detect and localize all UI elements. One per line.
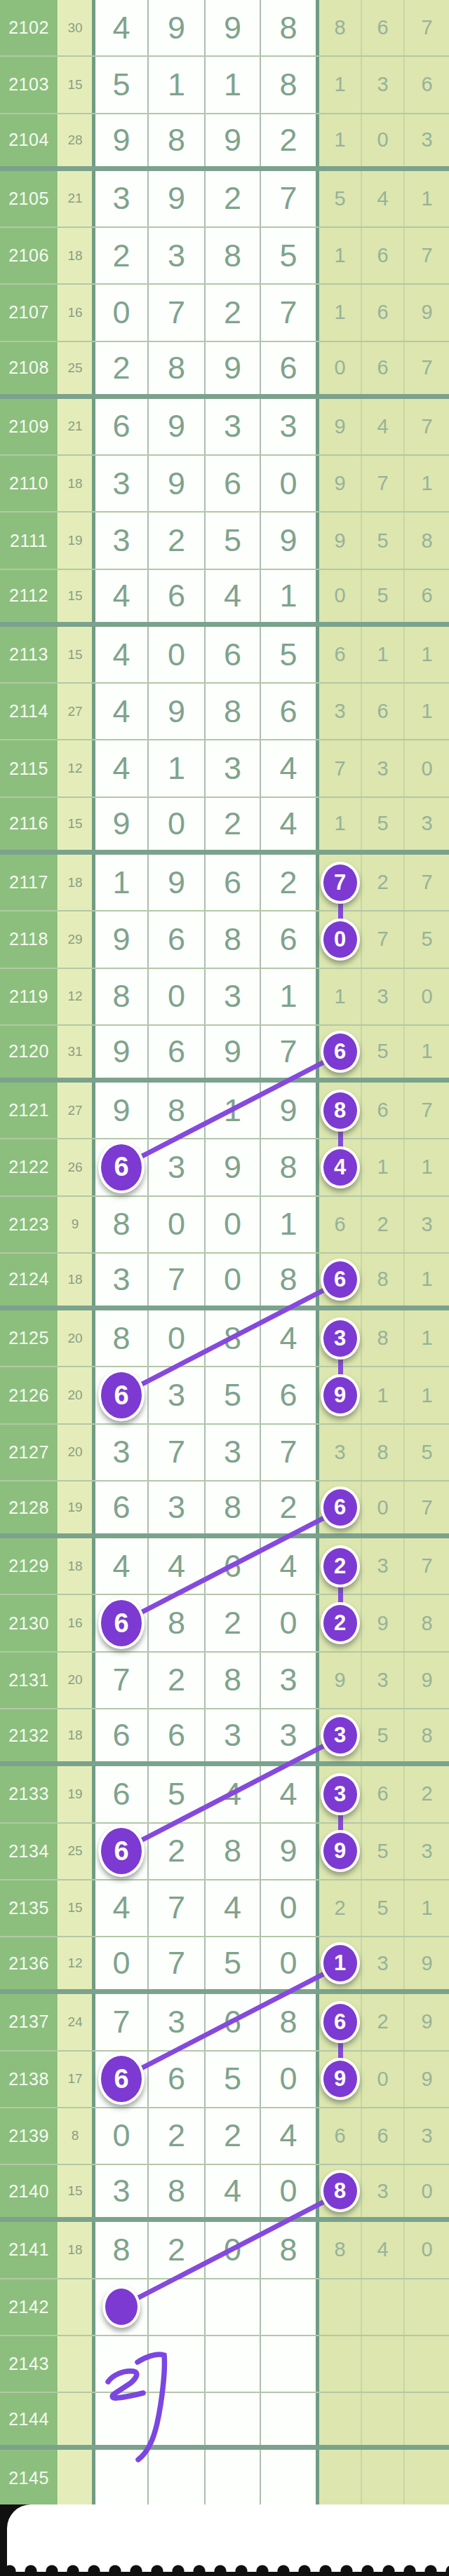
- period-cell: 2133: [0, 1766, 58, 1822]
- digit-cell: 6: [92, 2052, 149, 2107]
- highlight-circle: 0: [321, 918, 360, 961]
- period-cell: 2145: [0, 2450, 58, 2505]
- lottery-trend-screen: 2102304998867210315511813621042898921032…: [0, 0, 449, 2576]
- digit-cell: 2: [92, 342, 149, 394]
- period-cell: 2109: [0, 399, 58, 454]
- highlight-circle: 2: [321, 1545, 360, 1587]
- sum-cell: 20: [58, 1653, 92, 1708]
- digit-cell: 4: [261, 1538, 319, 1594]
- digit-cell: 1: [149, 740, 206, 796]
- tail-cell: 1: [405, 1880, 449, 1936]
- digit-cell: 2: [149, 2108, 206, 2164]
- digit-cell: 1: [206, 1083, 261, 1138]
- tail-cell: 2: [362, 1197, 405, 1252]
- digit-cell: 2: [149, 1824, 206, 1879]
- digit-cell: 4: [206, 1766, 261, 1822]
- digit-cell: 9: [92, 911, 149, 967]
- sum-cell: 17: [58, 2052, 92, 2107]
- digit-cell: 0: [206, 1197, 261, 1252]
- tail-cell: [405, 2279, 449, 2335]
- tail-cell: 7: [405, 1083, 449, 1138]
- tail-cell: 7: [319, 740, 362, 796]
- digit-cell: 9: [149, 171, 206, 226]
- tail-cell: 8: [319, 2165, 362, 2217]
- digit-cell: [206, 2393, 261, 2445]
- period-cell: 2103: [0, 57, 58, 112]
- tail-cell: 3: [319, 1766, 362, 1822]
- tail-cell: 5: [362, 798, 405, 850]
- table-row: 2117181962727: [0, 855, 449, 911]
- sum-cell: 20: [58, 1425, 92, 1480]
- digit-cell: 9: [92, 1026, 149, 1078]
- tail-cell: 9: [405, 1937, 449, 1989]
- digit-cell: [92, 2450, 149, 2505]
- digit-cell: 7: [261, 1425, 319, 1480]
- tail-cell: 6: [362, 2108, 405, 2164]
- digit-cell: 1: [261, 1197, 319, 1252]
- tail-cell: 3: [405, 2108, 449, 2164]
- tail-cell: [319, 2393, 362, 2445]
- highlight-circle: 6: [321, 1031, 360, 1073]
- digit-cell: 5: [261, 627, 319, 682]
- digit-cell: 1: [206, 57, 261, 112]
- digit-cell: 0: [261, 1937, 319, 1989]
- tail-cell: 1: [362, 1367, 405, 1423]
- table-row: 2115124134730: [0, 740, 449, 797]
- tail-cell: 2: [319, 1538, 362, 1594]
- period-cell: 2115: [0, 740, 58, 796]
- table-row: 213980224663: [0, 2108, 449, 2165]
- tail-cell: 6: [319, 627, 362, 682]
- table-row: 2118299686075: [0, 911, 449, 968]
- tail-cell: 2: [362, 855, 405, 910]
- period-cell: 2129: [0, 1538, 58, 1594]
- tail-cell: 5: [405, 911, 449, 967]
- tail-cell: 9: [362, 1595, 405, 1650]
- digit-cell: 9: [206, 1026, 261, 1078]
- tail-cell: 4: [319, 1139, 362, 1195]
- period-cell: 2128: [0, 1482, 58, 1533]
- tail-cell: 2: [362, 1994, 405, 2049]
- tail-cell: 0: [319, 342, 362, 394]
- table-row: 2109216933947: [0, 399, 449, 456]
- digit-cell: 0: [92, 285, 149, 340]
- digit-cell: 8: [149, 114, 206, 166]
- sum-cell: 12: [58, 969, 92, 1024]
- sum-cell: 27: [58, 1083, 92, 1138]
- tail-cell: 3: [362, 969, 405, 1024]
- sum-cell: 19: [58, 1766, 92, 1822]
- table-row: 2129184464237: [0, 1538, 449, 1595]
- digit-cell: 0: [149, 1197, 206, 1252]
- digit-cell: 7: [261, 285, 319, 340]
- table-row: 2110183960971: [0, 456, 449, 513]
- digit-cell: 8: [206, 1824, 261, 1879]
- digit-cell: 9: [206, 114, 261, 166]
- tail-cell: 7: [405, 1482, 449, 1533]
- period-cell: 2124: [0, 1254, 58, 1306]
- digit-cell: 3: [149, 1482, 206, 1533]
- table-row: 2141188208840: [0, 2222, 449, 2279]
- table-row: 2128196382607: [0, 1482, 449, 1538]
- table-row: 2120319697651: [0, 1026, 449, 1083]
- period-cell: 2104: [0, 114, 58, 166]
- tail-cell: 9: [405, 1653, 449, 1708]
- digit-cell: [92, 2393, 149, 2445]
- digit-cell: 6: [206, 1538, 261, 1594]
- highlight-circle: 1: [321, 1942, 360, 1984]
- tail-cell: 7: [405, 399, 449, 454]
- digit-cell: 8: [206, 1310, 261, 1366]
- digit-cell: [149, 2450, 206, 2505]
- digit-cell: [149, 2279, 206, 2335]
- tail-cell: 1: [405, 627, 449, 682]
- period-cell: 2127: [0, 1425, 58, 1480]
- tail-cell: 6: [319, 1026, 362, 1078]
- period-cell: 2112: [0, 570, 58, 622]
- digit-cell: 1: [261, 969, 319, 1024]
- table-row: 2116159024153: [0, 798, 449, 855]
- digit-cell: 4: [206, 570, 261, 622]
- tail-cell: 2: [405, 1766, 449, 1822]
- sum-cell: 15: [58, 57, 92, 112]
- digit-cell: 3: [92, 456, 149, 511]
- digit-cell: 3: [261, 1653, 319, 1708]
- highlight-circle: 9: [321, 1374, 360, 1416]
- tail-cell: 7: [405, 0, 449, 55]
- table-row: 2142: [0, 2279, 449, 2336]
- tail-cell: 5: [362, 1824, 405, 1879]
- tail-cell: 1: [319, 114, 362, 166]
- tail-cell: 3: [362, 2165, 405, 2217]
- sum-cell: 21: [58, 171, 92, 226]
- digit-cell: 8: [149, 2165, 206, 2217]
- tail-cell: 8: [319, 0, 362, 55]
- tail-cell: 3: [362, 1937, 405, 1989]
- digit-cell: 2: [206, 798, 261, 850]
- digit-cell: 3: [206, 1709, 261, 1761]
- digit-cell: 2: [149, 513, 206, 568]
- digit-cell: 1: [261, 570, 319, 622]
- table-row: 2119128031130: [0, 969, 449, 1026]
- tail-cell: 3: [319, 1425, 362, 1480]
- tail-cell: [319, 2279, 362, 2335]
- tail-cell: [362, 2279, 405, 2335]
- tail-cell: 1: [319, 285, 362, 340]
- digit-cell: 4: [92, 1538, 149, 1594]
- period-cell: 2106: [0, 228, 58, 283]
- table-row: 2106182385167: [0, 228, 449, 285]
- period-cell: 2107: [0, 285, 58, 340]
- digit-cell: 6: [261, 342, 319, 394]
- digit-cell: 0: [206, 2222, 261, 2277]
- tail-cell: 1: [319, 228, 362, 283]
- digit-cell: 4: [261, 798, 319, 850]
- tail-cell: [405, 2393, 449, 2445]
- period-cell: 2116: [0, 798, 58, 850]
- digit-cell: 8: [261, 1139, 319, 1195]
- period-cell: 2130: [0, 1595, 58, 1650]
- digit-cell: 8: [206, 911, 261, 967]
- tail-cell: 8: [362, 1254, 405, 1306]
- tail-cell: 7: [405, 1538, 449, 1594]
- sum-cell: 24: [58, 1994, 92, 2049]
- table-row: 2124183708681: [0, 1254, 449, 1310]
- digit-cell: 2: [206, 285, 261, 340]
- period-cell: 2111: [0, 513, 58, 568]
- sum-cell: [58, 2393, 92, 2445]
- table-row: 2131207283939: [0, 1653, 449, 1709]
- digit-cell: 7: [92, 1653, 149, 1708]
- digit-cell: 6: [92, 1595, 149, 1650]
- tail-cell: 8: [405, 513, 449, 568]
- digit-cell: 8: [261, 1994, 319, 2049]
- digit-cell: 6: [261, 684, 319, 739]
- tail-cell: 0: [405, 969, 449, 1024]
- digit-cell: 8: [261, 1254, 319, 1306]
- tail-cell: 9: [319, 2052, 362, 2107]
- tail-cell: 6: [362, 342, 405, 394]
- tail-cell: 6: [362, 684, 405, 739]
- tail-cell: 5: [405, 1425, 449, 1480]
- tail-cell: 1: [319, 1937, 362, 1989]
- digit-cell: 6: [92, 1824, 149, 1879]
- tail-cell: [362, 2336, 405, 2392]
- digit-cell: 9: [92, 1083, 149, 1138]
- sum-cell: 19: [58, 513, 92, 568]
- period-cell: 2114: [0, 684, 58, 739]
- digit-cell: 2: [149, 1653, 206, 1708]
- table-row: 2130166820298: [0, 1595, 449, 1652]
- tail-cell: 6: [362, 1083, 405, 1138]
- digit-cell: 0: [92, 1937, 149, 1989]
- table-row: 2103155118136: [0, 57, 449, 114]
- tail-cell: 6: [362, 228, 405, 283]
- period-cell: 2144: [0, 2393, 58, 2445]
- tail-cell: 3: [405, 114, 449, 166]
- digit-cell: 9: [92, 114, 149, 166]
- digit-cell: 3: [206, 740, 261, 796]
- tail-cell: 9: [319, 1653, 362, 1708]
- highlight-circle: 2: [321, 1602, 360, 1644]
- highlight-circle: 6: [98, 2053, 145, 2105]
- table-row: 2111193259958: [0, 513, 449, 569]
- period-cell: 2136: [0, 1937, 58, 1989]
- digit-cell: 5: [92, 57, 149, 112]
- tail-cell: 3: [405, 798, 449, 850]
- tail-cell: 1: [362, 627, 405, 682]
- tail-cell: 9: [319, 1367, 362, 1423]
- tail-cell: 2: [319, 1595, 362, 1650]
- trend-table[interactable]: 2102304998867210315511813621042898921032…: [0, 0, 449, 2507]
- table-row: 2102304998867: [0, 0, 449, 57]
- sum-cell: 15: [58, 2165, 92, 2217]
- tail-cell: 6: [319, 1482, 362, 1533]
- sum-cell: 18: [58, 456, 92, 511]
- highlight-circle: 6: [98, 1825, 145, 1877]
- digit-cell: 8: [206, 684, 261, 739]
- digit-cell: 8: [149, 342, 206, 394]
- sum-cell: 20: [58, 1367, 92, 1423]
- digit-cell: 6: [206, 855, 261, 910]
- table-row: 2127203737385: [0, 1425, 449, 1482]
- table-row: 2122266398411: [0, 1139, 449, 1196]
- digit-cell: [92, 2279, 149, 2335]
- table-row: 2143: [0, 2336, 449, 2393]
- digit-cell: 6: [92, 1367, 149, 1423]
- digit-cell: 0: [261, 1880, 319, 1936]
- tail-cell: 9: [319, 513, 362, 568]
- digit-cell: [149, 2393, 206, 2445]
- highlight-circle: 9: [321, 1830, 360, 1872]
- digit-cell: 8: [92, 1310, 149, 1366]
- digit-cell: 0: [261, 1595, 319, 1650]
- tail-cell: [405, 2336, 449, 2392]
- period-cell: 2110: [0, 456, 58, 511]
- digit-cell: 6: [149, 1026, 206, 1078]
- tail-cell: 9: [405, 2052, 449, 2107]
- sum-cell: 19: [58, 1482, 92, 1533]
- sum-cell: [58, 2279, 92, 2335]
- sum-cell: 9: [58, 1197, 92, 1252]
- tail-cell: 7: [405, 855, 449, 910]
- digit-cell: 8: [261, 2222, 319, 2277]
- tail-cell: 0: [362, 114, 405, 166]
- digit-cell: 6: [149, 2052, 206, 2107]
- table-row: 2138176650909: [0, 2052, 449, 2108]
- digit-cell: 9: [149, 399, 206, 454]
- sum-cell: 26: [58, 1139, 92, 1195]
- tail-cell: 7: [362, 911, 405, 967]
- tail-cell: 6: [319, 1994, 362, 2049]
- tail-cell: 1: [405, 1139, 449, 1195]
- digit-cell: 8: [92, 2222, 149, 2277]
- digit-cell: 4: [149, 1538, 206, 1594]
- digit-cell: 4: [206, 2165, 261, 2217]
- table-row: 2140153840830: [0, 2165, 449, 2222]
- tail-cell: 3: [319, 1310, 362, 1366]
- tail-cell: 0: [405, 740, 449, 796]
- table-row: 2134256289953: [0, 1824, 449, 1880]
- tail-cell: 5: [362, 1880, 405, 1936]
- digit-cell: 7: [149, 1425, 206, 1480]
- period-cell: 2140: [0, 2165, 58, 2217]
- digit-cell: 9: [149, 456, 206, 511]
- digit-cell: 4: [206, 1880, 261, 1936]
- digit-cell: 9: [149, 684, 206, 739]
- sum-cell: 18: [58, 2222, 92, 2277]
- period-cell: 2139: [0, 2108, 58, 2164]
- digit-cell: 3: [92, 513, 149, 568]
- tail-cell: 7: [405, 342, 449, 394]
- sum-cell: 12: [58, 1937, 92, 1989]
- tail-cell: [362, 2450, 405, 2505]
- digit-cell: 8: [206, 1482, 261, 1533]
- digit-cell: [261, 2393, 319, 2445]
- sum-cell: 8: [58, 2108, 92, 2164]
- digit-cell: 4: [92, 627, 149, 682]
- digit-cell: 6: [149, 570, 206, 622]
- digit-cell: 8: [149, 1595, 206, 1650]
- digit-cell: 0: [92, 2108, 149, 2164]
- digit-cell: 4: [261, 1766, 319, 1822]
- table-row: 2104289892103: [0, 114, 449, 171]
- table-row: 2108252896067: [0, 342, 449, 399]
- tail-cell: 0: [362, 2052, 405, 2107]
- tail-cell: 0: [405, 2165, 449, 2217]
- tail-cell: 8: [362, 1310, 405, 1366]
- highlight-circle: 6: [321, 2001, 360, 2043]
- table-row: 2113154065611: [0, 627, 449, 684]
- period-cell: 2142: [0, 2279, 58, 2335]
- digit-cell: 3: [206, 969, 261, 1024]
- period-cell: 2117: [0, 855, 58, 910]
- digit-cell: 6: [149, 911, 206, 967]
- sum-cell: 18: [58, 1709, 92, 1761]
- tail-cell: 1: [405, 1310, 449, 1366]
- period-cell: 2138: [0, 2052, 58, 2107]
- table-row: 2114274986361: [0, 684, 449, 740]
- prediction-dot: [102, 2286, 140, 2328]
- period-cell: 2141: [0, 2222, 58, 2277]
- digit-cell: 3: [92, 2165, 149, 2217]
- digit-cell: 6: [92, 1709, 149, 1761]
- tail-cell: 2: [319, 1880, 362, 1936]
- digit-cell: 0: [206, 1254, 261, 1306]
- tail-cell: 5: [362, 513, 405, 568]
- digit-cell: 1: [92, 855, 149, 910]
- sum-cell: [58, 2450, 92, 2505]
- digit-cell: 3: [149, 1139, 206, 1195]
- digit-cell: [261, 2279, 319, 2335]
- tail-cell: 3: [362, 1538, 405, 1594]
- tail-cell: 9: [319, 456, 362, 511]
- tail-cell: 1: [405, 1367, 449, 1423]
- digit-cell: 9: [206, 1139, 261, 1195]
- digit-cell: 7: [92, 1994, 149, 2049]
- sum-cell: 18: [58, 1538, 92, 1594]
- digit-cell: 2: [206, 2108, 261, 2164]
- sum-cell: 18: [58, 855, 92, 910]
- tail-cell: 6: [405, 57, 449, 112]
- highlight-circle: 3: [321, 1773, 360, 1815]
- table-row: 2136120750139: [0, 1937, 449, 1994]
- tail-cell: 7: [362, 456, 405, 511]
- period-cell: 2118: [0, 911, 58, 967]
- sum-cell: 16: [58, 1595, 92, 1650]
- highlight-circle: 6: [98, 1141, 145, 1193]
- digit-cell: [206, 2336, 261, 2392]
- tail-cell: 1: [319, 798, 362, 850]
- digit-cell: 6: [92, 1139, 149, 1195]
- digit-cell: 2: [261, 855, 319, 910]
- tail-cell: 8: [405, 1709, 449, 1761]
- tail-cell: 1: [319, 969, 362, 1024]
- tail-cell: 8: [319, 2222, 362, 2277]
- digit-cell: 8: [92, 1197, 149, 1252]
- digit-cell: 4: [92, 570, 149, 622]
- tail-cell: 6: [362, 0, 405, 55]
- digit-cell: 3: [206, 1425, 261, 1480]
- digit-cell: 6: [261, 1367, 319, 1423]
- tail-cell: 3: [405, 1197, 449, 1252]
- sum-cell: 15: [58, 570, 92, 622]
- digit-cell: 9: [149, 855, 206, 910]
- table-row: 2126206356911: [0, 1367, 449, 1424]
- digit-cell: 0: [149, 627, 206, 682]
- digit-cell: [206, 2450, 261, 2505]
- digit-cell: 8: [261, 0, 319, 55]
